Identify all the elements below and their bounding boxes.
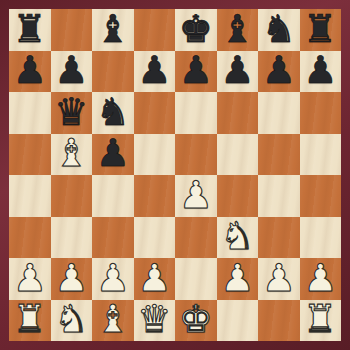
square-c7[interactable]: [92, 51, 134, 93]
square-c8[interactable]: ♝: [92, 9, 134, 51]
white-pawn-piece[interactable]: ♟: [303, 259, 337, 297]
white-pawn-piece[interactable]: ♟: [96, 259, 130, 297]
square-b8[interactable]: [51, 9, 93, 51]
square-a2[interactable]: ♟: [9, 258, 51, 300]
black-knight-piece[interactable]: ♞: [96, 93, 130, 131]
square-h5[interactable]: [300, 134, 342, 176]
black-rook-piece[interactable]: ♜: [303, 10, 337, 48]
square-h1[interactable]: ♜: [300, 300, 342, 342]
square-f7[interactable]: ♟: [217, 51, 259, 93]
white-king-piece[interactable]: ♚: [179, 300, 213, 338]
square-f2[interactable]: ♟: [217, 258, 259, 300]
square-f8[interactable]: ♝: [217, 9, 259, 51]
square-a4[interactable]: [9, 175, 51, 217]
square-a7[interactable]: ♟: [9, 51, 51, 93]
square-c1[interactable]: ♝: [92, 300, 134, 342]
square-d2[interactable]: ♟: [134, 258, 176, 300]
square-c6[interactable]: ♞: [92, 92, 134, 134]
white-knight-piece[interactable]: ♞: [54, 300, 88, 338]
square-a5[interactable]: [9, 134, 51, 176]
square-e6[interactable]: [175, 92, 217, 134]
black-pawn-piece[interactable]: ♟: [96, 134, 130, 172]
square-e8[interactable]: ♚: [175, 9, 217, 51]
square-e3[interactable]: [175, 217, 217, 259]
square-g5[interactable]: [258, 134, 300, 176]
square-a6[interactable]: [9, 92, 51, 134]
square-h7[interactable]: ♟: [300, 51, 342, 93]
square-d8[interactable]: [134, 9, 176, 51]
square-d4[interactable]: [134, 175, 176, 217]
white-pawn-piece[interactable]: ♟: [262, 259, 296, 297]
square-b7[interactable]: ♟: [51, 51, 93, 93]
white-bishop-piece[interactable]: ♝: [96, 300, 130, 338]
square-d5[interactable]: [134, 134, 176, 176]
square-a1[interactable]: ♜: [9, 300, 51, 342]
square-c3[interactable]: [92, 217, 134, 259]
square-d7[interactable]: ♟: [134, 51, 176, 93]
black-bishop-piece[interactable]: ♝: [96, 10, 130, 48]
white-pawn-piece[interactable]: ♟: [137, 259, 171, 297]
square-d1[interactable]: ♛: [134, 300, 176, 342]
square-f5[interactable]: [217, 134, 259, 176]
square-b3[interactable]: [51, 217, 93, 259]
white-rook-piece[interactable]: ♜: [13, 300, 47, 338]
white-pawn-piece[interactable]: ♟: [179, 176, 213, 214]
white-pawn-piece[interactable]: ♟: [13, 259, 47, 297]
square-g8[interactable]: ♞: [258, 9, 300, 51]
square-e2[interactable]: [175, 258, 217, 300]
black-pawn-piece[interactable]: ♟: [13, 51, 47, 89]
white-knight-piece[interactable]: ♞: [220, 217, 254, 255]
square-c5[interactable]: ♟: [92, 134, 134, 176]
square-c2[interactable]: ♟: [92, 258, 134, 300]
white-rook-piece[interactable]: ♜: [303, 300, 337, 338]
black-pawn-piece[interactable]: ♟: [54, 51, 88, 89]
square-h4[interactable]: [300, 175, 342, 217]
square-g6[interactable]: [258, 92, 300, 134]
board-frame: ♜♝♚♝♞♜♟♟♟♟♟♟♟♛♞♝♟♟♞♟♟♟♟♟♟♟♜♞♝♛♚♜: [0, 0, 350, 350]
square-c4[interactable]: [92, 175, 134, 217]
square-b6[interactable]: ♛: [51, 92, 93, 134]
square-b4[interactable]: [51, 175, 93, 217]
black-pawn-piece[interactable]: ♟: [137, 51, 171, 89]
black-king-piece[interactable]: ♚: [179, 10, 213, 48]
black-knight-piece[interactable]: ♞: [262, 10, 296, 48]
square-h8[interactable]: ♜: [300, 9, 342, 51]
square-b1[interactable]: ♞: [51, 300, 93, 342]
square-b2[interactable]: ♟: [51, 258, 93, 300]
square-g3[interactable]: [258, 217, 300, 259]
square-h3[interactable]: [300, 217, 342, 259]
square-e1[interactable]: ♚: [175, 300, 217, 342]
square-g4[interactable]: [258, 175, 300, 217]
square-h2[interactable]: ♟: [300, 258, 342, 300]
white-pawn-piece[interactable]: ♟: [54, 259, 88, 297]
square-d6[interactable]: [134, 92, 176, 134]
square-f3[interactable]: ♞: [217, 217, 259, 259]
square-f6[interactable]: [217, 92, 259, 134]
white-queen-piece[interactable]: ♛: [137, 300, 171, 338]
black-pawn-piece[interactable]: ♟: [179, 51, 213, 89]
square-h6[interactable]: [300, 92, 342, 134]
black-rook-piece[interactable]: ♜: [13, 10, 47, 48]
square-g2[interactable]: ♟: [258, 258, 300, 300]
black-pawn-piece[interactable]: ♟: [303, 51, 337, 89]
chess-board: ♜♝♚♝♞♜♟♟♟♟♟♟♟♛♞♝♟♟♞♟♟♟♟♟♟♟♜♞♝♛♚♜: [9, 9, 341, 341]
square-d3[interactable]: [134, 217, 176, 259]
square-f4[interactable]: [217, 175, 259, 217]
square-f1[interactable]: [217, 300, 259, 342]
square-e4[interactable]: ♟: [175, 175, 217, 217]
square-b5[interactable]: ♝: [51, 134, 93, 176]
square-e7[interactable]: ♟: [175, 51, 217, 93]
black-bishop-piece[interactable]: ♝: [220, 10, 254, 48]
black-pawn-piece[interactable]: ♟: [262, 51, 296, 89]
square-g7[interactable]: ♟: [258, 51, 300, 93]
square-a3[interactable]: [9, 217, 51, 259]
square-e5[interactable]: [175, 134, 217, 176]
square-a8[interactable]: ♜: [9, 9, 51, 51]
white-bishop-piece[interactable]: ♝: [54, 134, 88, 172]
black-queen-piece[interactable]: ♛: [54, 93, 88, 131]
white-pawn-piece[interactable]: ♟: [220, 259, 254, 297]
black-pawn-piece[interactable]: ♟: [220, 51, 254, 89]
square-g1[interactable]: [258, 300, 300, 342]
